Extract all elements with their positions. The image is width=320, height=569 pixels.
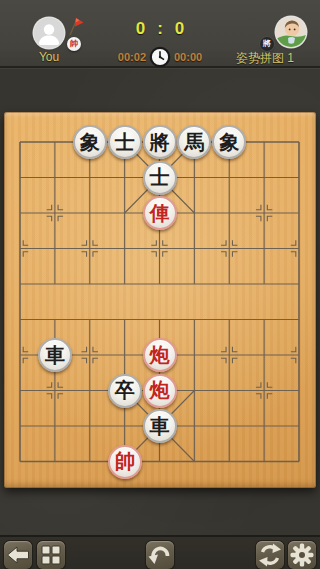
left-player-panel: 帥 You — [0, 0, 110, 66]
piece-character: 象 — [219, 132, 239, 152]
piece-character: 車 — [45, 345, 65, 365]
left-player-name: You — [0, 50, 104, 64]
left-player-avatar[interactable] — [34, 18, 64, 48]
red-cannon[interactable]: 炮 — [143, 374, 177, 408]
xiangqi-board[interactable]: 象士將馬象士俥車炮卒炮車帥 — [4, 112, 316, 488]
clock-icon — [149, 46, 171, 68]
piece-character: 炮 — [150, 380, 170, 400]
right-player-panel: 將 姿势拼图 1 — [210, 0, 320, 66]
score-separator: : — [157, 19, 163, 39]
piece-character: 士 — [115, 132, 135, 152]
red-general[interactable]: 帥 — [108, 445, 142, 479]
piece-character: 帥 — [115, 451, 135, 471]
bottom-toolbar — [0, 535, 320, 569]
black-chariot[interactable]: 車 — [143, 409, 177, 443]
menu-grid-icon — [37, 541, 65, 569]
piece-character: 象 — [80, 132, 100, 152]
person-icon — [34, 18, 64, 48]
red-cannon[interactable]: 炮 — [143, 338, 177, 372]
black-chariot[interactable]: 車 — [38, 338, 72, 372]
right-player-timer: 00:00 — [174, 51, 202, 63]
piece-character: 馬 — [184, 132, 204, 152]
black-elephant[interactable]: 象 — [73, 125, 107, 159]
piece-character: 將 — [150, 132, 170, 152]
piece-character: 士 — [150, 167, 170, 187]
settings-gear-icon — [288, 541, 316, 569]
settings-button[interactable] — [288, 541, 316, 569]
undo-icon — [146, 541, 174, 569]
timer-row: 00:02 00:00 — [110, 46, 210, 68]
score-right: 0 — [175, 19, 184, 39]
baby-photo-icon — [276, 17, 306, 47]
refresh-icon — [256, 541, 284, 569]
piece-character: 俥 — [150, 203, 170, 223]
score-box: 0:0 00:02 00:00 — [110, 0, 210, 66]
piece-character: 車 — [150, 416, 170, 436]
black-general[interactable]: 將 — [143, 125, 177, 159]
left-player-timer: 00:02 — [118, 51, 146, 63]
red-side-badge: 帥 — [67, 37, 81, 51]
score-left: 0 — [136, 19, 145, 39]
menu-button[interactable] — [37, 541, 65, 569]
black-advisor[interactable]: 士 — [143, 161, 177, 195]
back-arrow-icon — [4, 541, 32, 569]
refresh-button[interactable] — [256, 541, 284, 569]
top-bar: 帥 You 0:0 00:02 00:00 — [0, 0, 320, 68]
back-button[interactable] — [4, 541, 32, 569]
right-player-avatar[interactable] — [276, 17, 306, 47]
match-score: 0:0 — [110, 19, 210, 39]
right-player-name: 姿势拼图 1 — [210, 50, 320, 67]
piece-character: 卒 — [115, 380, 135, 400]
black-side-badge: 將 — [260, 37, 274, 51]
piece-character: 炮 — [150, 345, 170, 365]
undo-button[interactable] — [146, 541, 174, 569]
black-elephant[interactable]: 象 — [212, 125, 246, 159]
flag-icon — [66, 17, 84, 37]
black-pawn[interactable]: 卒 — [108, 374, 142, 408]
black-advisor[interactable]: 士 — [108, 125, 142, 159]
red-chariot[interactable]: 俥 — [143, 196, 177, 230]
